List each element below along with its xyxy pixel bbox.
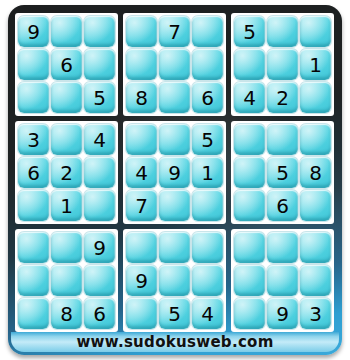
cell-r7c6[interactable] bbox=[192, 232, 223, 263]
box-1-1: 965 bbox=[15, 13, 118, 116]
cell-r9c1[interactable] bbox=[18, 298, 49, 329]
cell-r1c4[interactable] bbox=[126, 16, 157, 47]
site-url: www.sudokusweb.com bbox=[76, 333, 273, 351]
cell-r9c8[interactable]: 9 bbox=[267, 298, 298, 329]
cell-r8c1[interactable] bbox=[18, 265, 49, 296]
cell-r1c1[interactable]: 9 bbox=[18, 16, 49, 47]
cell-r7c8[interactable] bbox=[267, 232, 298, 263]
cell-r4c4[interactable] bbox=[126, 124, 157, 155]
cell-r5c9[interactable]: 8 bbox=[300, 157, 331, 188]
box-3-3: 93 bbox=[231, 229, 334, 332]
cell-r9c9[interactable]: 3 bbox=[300, 298, 331, 329]
cell-r4c2[interactable] bbox=[51, 124, 82, 155]
cell-r3c6[interactable]: 6 bbox=[192, 82, 223, 113]
cell-r3c2[interactable] bbox=[51, 82, 82, 113]
cell-r6c2[interactable]: 1 bbox=[51, 190, 82, 221]
cell-r2c2[interactable]: 6 bbox=[51, 49, 82, 80]
cell-r8c6[interactable] bbox=[192, 265, 223, 296]
cell-r3c4[interactable]: 8 bbox=[126, 82, 157, 113]
cell-r5c8[interactable]: 5 bbox=[267, 157, 298, 188]
cell-r7c9[interactable] bbox=[300, 232, 331, 263]
cell-r9c3[interactable]: 6 bbox=[84, 298, 115, 329]
cell-r7c7[interactable] bbox=[234, 232, 265, 263]
sudoku-board: 9657865142346215491758698695493 www.sudo… bbox=[8, 5, 342, 355]
cell-r4c1[interactable]: 3 bbox=[18, 124, 49, 155]
cell-r6c7[interactable] bbox=[234, 190, 265, 221]
cell-r8c5[interactable] bbox=[159, 265, 190, 296]
cell-r9c4[interactable] bbox=[126, 298, 157, 329]
cell-r6c9[interactable] bbox=[300, 190, 331, 221]
cell-r2c3[interactable] bbox=[84, 49, 115, 80]
cell-r9c5[interactable]: 5 bbox=[159, 298, 190, 329]
cell-r5c1[interactable]: 6 bbox=[18, 157, 49, 188]
cell-r4c6[interactable]: 5 bbox=[192, 124, 223, 155]
cell-r4c8[interactable] bbox=[267, 124, 298, 155]
cell-r8c8[interactable] bbox=[267, 265, 298, 296]
cell-r2c8[interactable] bbox=[267, 49, 298, 80]
cell-r6c6[interactable] bbox=[192, 190, 223, 221]
cell-r5c4[interactable]: 4 bbox=[126, 157, 157, 188]
cell-r6c5[interactable] bbox=[159, 190, 190, 221]
cell-r7c3[interactable]: 9 bbox=[84, 232, 115, 263]
cell-r5c2[interactable]: 2 bbox=[51, 157, 82, 188]
cell-r5c7[interactable] bbox=[234, 157, 265, 188]
cell-r6c3[interactable] bbox=[84, 190, 115, 221]
cell-r8c7[interactable] bbox=[234, 265, 265, 296]
cell-r3c9[interactable] bbox=[300, 82, 331, 113]
box-3-1: 986 bbox=[15, 229, 118, 332]
cell-r3c1[interactable] bbox=[18, 82, 49, 113]
cell-r6c1[interactable] bbox=[18, 190, 49, 221]
cell-r2c6[interactable] bbox=[192, 49, 223, 80]
cell-r8c2[interactable] bbox=[51, 265, 82, 296]
cell-r6c4[interactable]: 7 bbox=[126, 190, 157, 221]
cell-r8c4[interactable]: 9 bbox=[126, 265, 157, 296]
cell-r1c8[interactable] bbox=[267, 16, 298, 47]
box-2-2: 54917 bbox=[123, 121, 226, 224]
cell-r1c9[interactable] bbox=[300, 16, 331, 47]
cell-r4c7[interactable] bbox=[234, 124, 265, 155]
cell-r7c4[interactable] bbox=[126, 232, 157, 263]
cell-r2c7[interactable] bbox=[234, 49, 265, 80]
cell-r3c8[interactable]: 2 bbox=[267, 82, 298, 113]
cell-r1c6[interactable] bbox=[192, 16, 223, 47]
cell-r5c5[interactable]: 9 bbox=[159, 157, 190, 188]
cell-r8c9[interactable] bbox=[300, 265, 331, 296]
cell-r1c2[interactable] bbox=[51, 16, 82, 47]
cell-r2c9[interactable]: 1 bbox=[300, 49, 331, 80]
cell-r9c7[interactable] bbox=[234, 298, 265, 329]
cell-r5c6[interactable]: 1 bbox=[192, 157, 223, 188]
cell-r7c5[interactable] bbox=[159, 232, 190, 263]
cell-r8c3[interactable] bbox=[84, 265, 115, 296]
cell-r2c4[interactable] bbox=[126, 49, 157, 80]
cell-r6c8[interactable]: 6 bbox=[267, 190, 298, 221]
box-1-2: 786 bbox=[123, 13, 226, 116]
box-1-3: 5142 bbox=[231, 13, 334, 116]
cell-r1c3[interactable] bbox=[84, 16, 115, 47]
cell-r2c5[interactable] bbox=[159, 49, 190, 80]
box-2-1: 34621 bbox=[15, 121, 118, 224]
footer-band: www.sudokusweb.com bbox=[11, 332, 339, 352]
cell-r3c7[interactable]: 4 bbox=[234, 82, 265, 113]
cell-r9c2[interactable]: 8 bbox=[51, 298, 82, 329]
cell-r9c6[interactable]: 4 bbox=[192, 298, 223, 329]
cell-r1c5[interactable]: 7 bbox=[159, 16, 190, 47]
cell-r3c3[interactable]: 5 bbox=[84, 82, 115, 113]
cell-r2c1[interactable] bbox=[18, 49, 49, 80]
cell-r3c5[interactable] bbox=[159, 82, 190, 113]
box-2-3: 586 bbox=[231, 121, 334, 224]
cell-r7c2[interactable] bbox=[51, 232, 82, 263]
cell-r4c3[interactable]: 4 bbox=[84, 124, 115, 155]
boxes-grid: 9657865142346215491758698695493 bbox=[15, 13, 334, 332]
cell-r5c3[interactable] bbox=[84, 157, 115, 188]
cell-r4c9[interactable] bbox=[300, 124, 331, 155]
cell-r4c5[interactable] bbox=[159, 124, 190, 155]
box-3-2: 954 bbox=[123, 229, 226, 332]
cell-r7c1[interactable] bbox=[18, 232, 49, 263]
cell-r1c7[interactable]: 5 bbox=[234, 16, 265, 47]
